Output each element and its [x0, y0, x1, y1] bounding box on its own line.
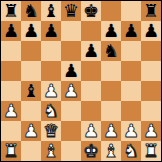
black-knight[interactable]: ♞: [103, 41, 119, 61]
square-b1[interactable]: [21, 141, 41, 161]
square-f5[interactable]: [101, 61, 121, 81]
black-pawn[interactable]: ♟: [23, 21, 39, 41]
square-e2[interactable]: ♟: [81, 121, 101, 141]
square-c7[interactable]: ♟: [41, 21, 61, 41]
square-h1[interactable]: ♜: [141, 141, 161, 161]
square-a6[interactable]: [1, 41, 21, 61]
white-pawn[interactable]: ♟: [103, 121, 119, 141]
square-e1[interactable]: ♚: [81, 141, 101, 161]
square-d2[interactable]: [61, 121, 81, 141]
square-e5[interactable]: [81, 61, 101, 81]
square-f3[interactable]: [101, 101, 121, 121]
square-b2[interactable]: ♟: [21, 121, 41, 141]
square-g5[interactable]: [121, 61, 141, 81]
square-b4[interactable]: ♝: [21, 81, 41, 101]
square-h6[interactable]: [141, 41, 161, 61]
square-d5[interactable]: ♟: [61, 61, 81, 81]
white-bishop[interactable]: ♝: [43, 141, 59, 161]
square-a1[interactable]: ♜: [1, 141, 21, 161]
white-queen[interactable]: ♛: [43, 121, 59, 141]
white-knight[interactable]: ♞: [43, 101, 59, 121]
square-f2[interactable]: ♟: [101, 121, 121, 141]
square-a2[interactable]: [1, 121, 21, 141]
square-b3[interactable]: [21, 101, 41, 121]
square-h7[interactable]: ♟: [141, 21, 161, 41]
square-d7[interactable]: [61, 21, 81, 41]
square-g7[interactable]: ♟: [121, 21, 141, 41]
square-b8[interactable]: ♞: [21, 1, 41, 21]
square-c5[interactable]: [41, 61, 61, 81]
black-pawn[interactable]: ♟: [123, 21, 139, 41]
square-a3[interactable]: ♟: [1, 101, 21, 121]
chess-board: ♜♞♝♛♚♜♟♟♟♟♟♟♟♞♟♝♟♟♟♞♟♛♟♟♟♟♜♝♚♝♞♜: [0, 0, 162, 162]
white-pawn[interactable]: ♟: [63, 81, 79, 101]
square-c4[interactable]: ♟: [41, 81, 61, 101]
square-d3[interactable]: [61, 101, 81, 121]
square-f1[interactable]: ♝: [101, 141, 121, 161]
square-c3[interactable]: ♞: [41, 101, 61, 121]
white-pawn[interactable]: ♟: [43, 81, 59, 101]
square-h4[interactable]: [141, 81, 161, 101]
square-b7[interactable]: ♟: [21, 21, 41, 41]
black-pawn[interactable]: ♟: [83, 41, 99, 61]
square-f8[interactable]: [101, 1, 121, 21]
square-d8[interactable]: ♛: [61, 1, 81, 21]
black-pawn[interactable]: ♟: [143, 21, 159, 41]
square-c2[interactable]: ♛: [41, 121, 61, 141]
white-rook[interactable]: ♜: [3, 141, 19, 161]
black-rook[interactable]: ♜: [143, 1, 159, 21]
black-bishop[interactable]: ♝: [43, 1, 59, 21]
white-knight[interactable]: ♞: [123, 141, 139, 161]
black-pawn[interactable]: ♟: [43, 21, 59, 41]
square-g8[interactable]: [121, 1, 141, 21]
black-pawn[interactable]: ♟: [63, 61, 79, 81]
square-a4[interactable]: [1, 81, 21, 101]
square-g6[interactable]: [121, 41, 141, 61]
white-pawn[interactable]: ♟: [83, 121, 99, 141]
square-c6[interactable]: [41, 41, 61, 61]
square-h2[interactable]: ♟: [141, 121, 161, 141]
square-e7[interactable]: [81, 21, 101, 41]
square-d6[interactable]: [61, 41, 81, 61]
black-pawn[interactable]: ♟: [3, 21, 19, 41]
square-d1[interactable]: [61, 141, 81, 161]
square-a7[interactable]: ♟: [1, 21, 21, 41]
white-pawn[interactable]: ♟: [123, 121, 139, 141]
white-king[interactable]: ♚: [83, 141, 99, 161]
black-queen[interactable]: ♛: [63, 1, 79, 21]
white-pawn[interactable]: ♟: [143, 121, 159, 141]
black-knight[interactable]: ♞: [23, 1, 39, 21]
square-h8[interactable]: ♜: [141, 1, 161, 21]
square-g2[interactable]: ♟: [121, 121, 141, 141]
square-e3[interactable]: [81, 101, 101, 121]
square-f7[interactable]: ♟: [101, 21, 121, 41]
square-e6[interactable]: ♟: [81, 41, 101, 61]
square-b5[interactable]: [21, 61, 41, 81]
square-d4[interactable]: ♟: [61, 81, 81, 101]
square-f6[interactable]: ♞: [101, 41, 121, 61]
square-g3[interactable]: [121, 101, 141, 121]
black-rook[interactable]: ♜: [3, 1, 19, 21]
square-b6[interactable]: [21, 41, 41, 61]
black-pawn[interactable]: ♟: [103, 21, 119, 41]
white-pawn[interactable]: ♟: [23, 121, 39, 141]
black-bishop[interactable]: ♝: [23, 81, 39, 101]
square-c8[interactable]: ♝: [41, 1, 61, 21]
black-king[interactable]: ♚: [83, 1, 99, 21]
square-h3[interactable]: [141, 101, 161, 121]
square-e8[interactable]: ♚: [81, 1, 101, 21]
square-a5[interactable]: [1, 61, 21, 81]
square-a8[interactable]: ♜: [1, 1, 21, 21]
white-pawn[interactable]: ♟: [3, 101, 19, 121]
square-g1[interactable]: ♞: [121, 141, 141, 161]
square-h5[interactable]: [141, 61, 161, 81]
square-e4[interactable]: [81, 81, 101, 101]
square-c1[interactable]: ♝: [41, 141, 61, 161]
square-f4[interactable]: [101, 81, 121, 101]
white-rook[interactable]: ♜: [143, 141, 159, 161]
white-bishop[interactable]: ♝: [103, 141, 119, 161]
square-g4[interactable]: [121, 81, 141, 101]
